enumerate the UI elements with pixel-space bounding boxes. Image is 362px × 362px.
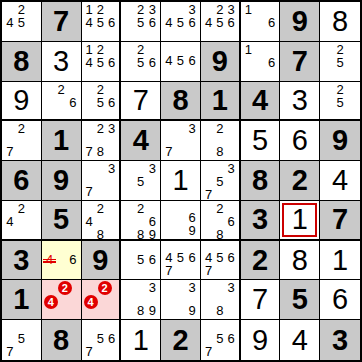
cell-r7c8[interactable]: 8 — [280, 241, 320, 281]
given-digit: 8 — [241, 161, 280, 200]
empty-candidate-slot — [123, 162, 135, 175]
candidate-7: 7 — [84, 185, 95, 198]
candidates: 4567 — [161, 241, 200, 280]
cell-r8c5[interactable]: 39 — [161, 280, 201, 320]
cell-r9c2[interactable]: 8 — [42, 320, 82, 360]
given-digit: 5 — [42, 201, 81, 239]
cell-r2c1[interactable]: 8 — [2, 42, 42, 82]
empty-candidate-slot — [135, 29, 147, 39]
empty-candidate-slot — [106, 185, 117, 198]
empty-candidate-slot — [346, 43, 358, 56]
cell-r6c7[interactable]: 3 — [241, 201, 281, 241]
empty-candidate-slot — [84, 96, 95, 109]
candidates: 2689 — [121, 201, 160, 239]
empty-candidate-slot — [44, 309, 58, 317]
cell-r3c2[interactable]: 26 — [42, 82, 82, 122]
candidate-5: 5 — [175, 54, 187, 67]
candidates: 2378 — [82, 121, 120, 160]
cell-r4c3[interactable]: 2378 — [82, 121, 122, 161]
empty-candidate-slot — [243, 56, 255, 69]
red-circled-candidate-4: 4 — [84, 295, 98, 309]
empty-candidate-slot — [84, 281, 98, 295]
given-digit: 4 — [121, 121, 160, 160]
empty-candidate-slot — [214, 281, 225, 294]
cell-r3c3[interactable]: 256 — [82, 82, 122, 122]
empty-candidate-slot — [123, 228, 135, 241]
empty-candidate-slot — [214, 188, 225, 201]
empty-candidate-slot — [243, 16, 255, 29]
given-digit: 6 — [2, 161, 41, 200]
cell-r8c3[interactable]: 24 — [82, 280, 122, 320]
cell-r7c9[interactable]: 1 — [320, 241, 360, 281]
cell-r5c5[interactable]: 1 — [161, 161, 201, 201]
cell-r4c2[interactable]: 1 — [42, 121, 82, 161]
cell-r8c6[interactable]: 38 — [201, 280, 241, 320]
empty-candidate-slot — [147, 202, 159, 215]
cell-r6c6[interactable]: 268 — [201, 201, 241, 241]
cell-r5c8[interactable]: 2 — [280, 161, 320, 201]
empty-candidate-slot — [67, 83, 79, 96]
empty-candidate-slot — [84, 29, 95, 39]
cell-r7c2[interactable]: 46 — [42, 241, 82, 281]
cell-r2c6[interactable]: 9 — [201, 42, 241, 82]
candidate-7: 7 — [4, 345, 16, 358]
cell-r3c8[interactable]: 3 — [280, 82, 320, 122]
empty-candidate-slot — [322, 96, 334, 109]
empty-candidate-slot — [214, 264, 225, 277]
given-digit: 7 — [320, 201, 360, 239]
empty-candidate-slot — [44, 266, 56, 277]
candidate-3: 3 — [147, 162, 159, 175]
candidate-9: 9 — [147, 304, 159, 317]
candidate-4: 4 — [4, 215, 16, 228]
candidates: 12456 — [82, 2, 120, 41]
candidates: 24 — [82, 280, 120, 319]
candidates: 37 — [82, 161, 120, 200]
candidates: 27 — [2, 121, 41, 160]
candidates: 357 — [201, 161, 239, 200]
cell-r9c1[interactable]: 57 — [2, 320, 42, 360]
cell-r2c3[interactable]: 12456 — [82, 42, 122, 82]
cell-r9c4[interactable]: 1 — [121, 320, 161, 360]
cell-r3c4[interactable]: 7 — [121, 82, 161, 122]
empty-candidate-slot — [203, 304, 214, 317]
given-digit: 8 — [42, 320, 81, 360]
empty-candidate-slot — [27, 215, 39, 228]
empty-candidate-slot — [106, 29, 117, 39]
empty-candidate-slot — [55, 109, 67, 118]
empty-candidate-slot — [4, 202, 16, 215]
empty-candidate-slot — [123, 3, 135, 16]
given-digit: 3 — [320, 320, 360, 360]
candidate-2: 2 — [95, 122, 106, 135]
red-circled-candidate-2: 2 — [98, 281, 112, 295]
empty-candidate-slot — [322, 56, 334, 69]
empty-candidate-slot — [175, 67, 187, 78]
cell-r1c9[interactable]: 8 — [320, 2, 360, 42]
solved-digit: 6 — [280, 121, 319, 160]
cell-r1c2[interactable]: 7 — [42, 2, 82, 42]
cell-r7c6[interactable]: 4567 — [201, 241, 241, 281]
empty-candidate-slot — [106, 175, 117, 185]
empty-candidate-slot — [98, 309, 112, 317]
empty-candidate-slot — [346, 96, 358, 109]
candidate-4: 4 — [203, 16, 214, 29]
empty-candidate-slot — [175, 294, 187, 304]
empty-candidate-slot — [84, 321, 95, 332]
empty-candidate-slot — [203, 294, 214, 304]
empty-candidate-slot — [254, 69, 266, 79]
empty-candidate-slot — [203, 281, 214, 294]
empty-candidate-slot — [135, 281, 147, 294]
cell-r7c3[interactable]: 9 — [82, 241, 122, 281]
solved-digit: 3 — [42, 42, 81, 81]
empty-candidate-slot — [84, 83, 95, 96]
candidates: 23456 — [201, 2, 239, 41]
cell-r5c1[interactable]: 6 — [2, 161, 42, 201]
empty-candidate-slot — [175, 122, 187, 135]
empty-candidate-slot — [186, 264, 198, 277]
empty-candidate-slot — [175, 281, 187, 294]
empty-candidate-slot — [27, 202, 39, 215]
empty-candidate-slot — [163, 211, 175, 224]
cell-r9c3[interactable]: 567 — [82, 320, 122, 360]
empty-candidate-slot — [4, 228, 16, 237]
solved-digit: 3 — [280, 82, 319, 120]
empty-candidate-slot — [203, 162, 214, 175]
candidate-6: 6 — [67, 96, 79, 109]
cell-r7c1[interactable]: 3 — [2, 241, 42, 281]
candidates: 389 — [121, 280, 160, 319]
candidates: 56 — [121, 241, 160, 280]
empty-candidate-slot — [225, 294, 236, 304]
given-digit: 5 — [280, 280, 319, 319]
empty-candidate-slot — [95, 109, 106, 118]
candidate-9: 9 — [186, 224, 198, 237]
candidate-5: 5 — [135, 16, 147, 29]
cell-r8c7[interactable]: 7 — [241, 280, 281, 320]
empty-candidate-slot — [186, 135, 198, 145]
candidates: 567 — [82, 320, 120, 360]
candidates: 57 — [2, 320, 41, 360]
candidate-6: 6 — [106, 16, 117, 29]
empty-candidate-slot — [95, 215, 106, 228]
candidate-8: 8 — [95, 145, 106, 158]
candidate-5: 5 — [135, 175, 147, 188]
cell-r5c2[interactable]: 9 — [42, 161, 82, 201]
empty-candidate-slot — [44, 109, 56, 118]
solved-digit: 8 — [320, 2, 360, 41]
empty-candidate-slot — [225, 122, 236, 135]
candidate-6: 6 — [266, 16, 278, 29]
empty-candidate-slot — [147, 175, 159, 188]
cell-r7c5[interactable]: 4567 — [161, 241, 201, 281]
empty-candidate-slot — [163, 281, 175, 294]
cell-r3c9[interactable]: 25 — [320, 82, 360, 122]
cell-r8c4[interactable]: 389 — [121, 280, 161, 320]
empty-candidate-slot — [346, 83, 358, 96]
cell-r1c5[interactable]: 3456 — [161, 2, 201, 42]
cell-r6c8[interactable]: 1 — [280, 201, 320, 241]
empty-candidate-slot — [147, 69, 159, 79]
cell-r4c9[interactable]: 9 — [320, 121, 360, 161]
candidate-3: 3 — [225, 162, 236, 175]
empty-candidate-slot — [163, 294, 175, 304]
cell-r6c2[interactable]: 5 — [42, 201, 82, 241]
cell-r3c5[interactable]: 8 — [161, 82, 201, 122]
empty-candidate-slot — [106, 228, 117, 241]
candidate-2: 2 — [55, 83, 67, 96]
cell-r2c9[interactable]: 25 — [320, 42, 360, 82]
candidates: 24 — [2, 201, 41, 239]
candidate-4: 4 — [163, 16, 175, 29]
empty-candidate-slot — [106, 215, 117, 228]
candidates: 28 — [201, 121, 239, 160]
empty-candidate-slot — [84, 109, 95, 118]
empty-candidate-slot — [106, 345, 117, 358]
empty-candidate-slot — [44, 83, 56, 96]
cell-r8c1[interactable]: 1 — [2, 280, 42, 320]
empty-candidate-slot — [123, 69, 135, 79]
candidate-6: 6 — [186, 211, 198, 224]
empty-candidate-slot — [254, 56, 266, 69]
solved-digit: 4 — [280, 320, 319, 360]
cell-r4c1[interactable]: 27 — [2, 121, 42, 161]
candidates: 35 — [121, 161, 160, 200]
empty-candidate-slot — [95, 345, 106, 358]
candidate-3: 3 — [186, 281, 198, 294]
empty-candidate-slot — [123, 281, 135, 294]
empty-candidate-slot — [163, 304, 175, 317]
candidate-3: 3 — [106, 122, 117, 135]
red-circled-candidate-4: 4 — [44, 295, 58, 309]
empty-candidate-slot — [135, 215, 147, 228]
cell-r7c7[interactable]: 2 — [241, 241, 281, 281]
empty-candidate-slot — [84, 309, 98, 317]
empty-candidate-slot — [225, 29, 236, 39]
empty-candidate-slot — [186, 67, 198, 78]
candidate-5: 5 — [135, 56, 147, 69]
solved-digit: 1 — [161, 161, 200, 200]
candidate-9: 9 — [147, 228, 159, 241]
candidate-2: 2 — [16, 122, 28, 135]
cell-r4c4[interactable]: 4 — [121, 121, 161, 161]
given-digit: 9 — [280, 2, 319, 41]
empty-candidate-slot — [225, 135, 236, 145]
cell-r2c8[interactable]: 7 — [280, 42, 320, 82]
candidate-7: 7 — [163, 145, 175, 158]
empty-candidate-slot — [27, 135, 39, 145]
cell-r5c6[interactable]: 357 — [201, 161, 241, 201]
cell-r4c6[interactable]: 28 — [201, 121, 241, 161]
candidate-4: 4 — [84, 16, 95, 29]
empty-candidate-slot — [203, 145, 214, 158]
candidate-8: 8 — [214, 228, 225, 241]
given-digit: 4 — [241, 82, 280, 120]
empty-candidate-slot — [84, 202, 95, 215]
candidates: 38 — [201, 280, 239, 319]
cell-r6c4[interactable]: 2689 — [121, 201, 161, 241]
cell-r9c7[interactable]: 9 — [241, 320, 281, 360]
candidate-6: 6 — [225, 16, 236, 29]
empty-candidate-slot — [203, 29, 214, 39]
empty-candidate-slot — [266, 43, 278, 56]
candidate-6: 6 — [266, 56, 278, 69]
empty-candidate-slot — [123, 16, 135, 29]
empty-candidate-slot — [27, 228, 39, 237]
candidates: 69 — [161, 201, 200, 239]
empty-candidate-slot — [322, 109, 334, 118]
empty-candidate-slot — [322, 69, 334, 79]
cell-r1c7[interactable]: 16 — [241, 2, 281, 42]
cell-r3c6[interactable]: 1 — [201, 82, 241, 122]
empty-candidate-slot — [58, 309, 72, 317]
candidate-6: 6 — [225, 215, 236, 228]
empty-candidate-slot — [123, 43, 135, 56]
candidate-6: 6 — [186, 251, 198, 264]
empty-candidate-slot — [123, 304, 135, 317]
empty-candidate-slot — [106, 202, 117, 215]
candidate-6: 6 — [67, 253, 79, 266]
empty-candidate-slot — [254, 3, 266, 16]
empty-candidate-slot — [16, 228, 28, 237]
cell-r7c4[interactable]: 56 — [121, 241, 161, 281]
empty-candidate-slot — [55, 266, 67, 277]
candidate-2: 2 — [95, 202, 106, 215]
cell-r6c3[interactable]: 248 — [82, 201, 122, 241]
cell-r5c9[interactable]: 4 — [320, 161, 360, 201]
empty-candidate-slot — [58, 295, 72, 309]
cell-r9c8[interactable]: 4 — [280, 320, 320, 360]
candidate-2: 2 — [135, 202, 147, 215]
cell-r9c6[interactable]: 567 — [201, 320, 241, 360]
candidate-6: 6 — [225, 251, 236, 264]
empty-candidate-slot — [123, 253, 135, 266]
empty-candidate-slot — [16, 215, 28, 228]
candidate-2: 2 — [16, 202, 28, 215]
cell-r6c9[interactable]: 7 — [320, 201, 360, 241]
cell-r3c7[interactable]: 4 — [241, 82, 281, 122]
cell-r5c4[interactable]: 35 — [121, 161, 161, 201]
cell-r2c2[interactable]: 3 — [42, 42, 82, 82]
cell-r9c5[interactable]: 2 — [161, 320, 201, 360]
empty-candidate-slot — [16, 29, 28, 39]
cell-r1c1[interactable]: 245 — [2, 2, 42, 42]
empty-candidate-slot — [72, 295, 79, 309]
empty-candidate-slot — [214, 215, 225, 228]
candidate-1: 1 — [243, 3, 255, 16]
empty-candidate-slot — [95, 185, 106, 198]
cell-r4c8[interactable]: 6 — [280, 121, 320, 161]
empty-candidate-slot — [322, 43, 334, 56]
empty-candidate-slot — [135, 266, 147, 277]
candidate-6: 6 — [147, 253, 159, 266]
sudoku-board: 2457124562356345623456169883124562564569… — [0, 0, 362, 362]
cell-r8c8[interactable]: 5 — [280, 280, 320, 320]
empty-candidate-slot — [27, 321, 39, 332]
cell-r2c7[interactable]: 16 — [241, 42, 281, 82]
candidate-2: 2 — [95, 43, 106, 56]
cell-r3c1[interactable]: 9 — [2, 82, 42, 122]
candidate-6: 6 — [225, 332, 236, 345]
cell-r1c8[interactable]: 9 — [280, 2, 320, 42]
candidate-1: 1 — [243, 43, 255, 56]
empty-candidate-slot — [123, 215, 135, 228]
empty-candidate-slot — [147, 43, 159, 56]
candidate-7: 7 — [163, 264, 175, 277]
empty-candidate-slot — [112, 281, 118, 295]
cell-r8c9[interactable]: 6 — [320, 280, 360, 320]
empty-candidate-slot — [27, 29, 39, 39]
cell-r5c7[interactable]: 8 — [241, 161, 281, 201]
given-digit: 2 — [161, 320, 200, 360]
candidate-4: 4 — [4, 16, 16, 29]
cell-r6c5[interactable]: 69 — [161, 201, 201, 241]
empty-candidate-slot — [147, 29, 159, 39]
empty-candidate-slot — [175, 264, 187, 277]
candidate-5: 5 — [95, 56, 106, 69]
empty-candidate-slot — [84, 162, 95, 175]
solved-digit: 4 — [320, 161, 360, 200]
solved-digit: 7 — [121, 82, 160, 120]
empty-candidate-slot — [135, 69, 147, 79]
candidates: 25 — [320, 42, 360, 81]
candidates: 248 — [82, 201, 120, 239]
empty-candidate-slot — [27, 16, 39, 29]
empty-candidate-slot — [123, 294, 135, 304]
empty-candidate-slot — [214, 29, 225, 39]
empty-candidate-slot — [55, 253, 67, 266]
empty-candidate-slot — [175, 224, 187, 237]
candidate-4: 4 — [84, 56, 95, 69]
candidates: 245 — [2, 2, 41, 41]
empty-candidate-slot — [72, 281, 79, 295]
cell-r6c1[interactable]: 24 — [2, 201, 42, 241]
candidate-7: 7 — [203, 345, 214, 358]
candidate-2: 2 — [334, 83, 346, 96]
candidate-2: 2 — [214, 202, 225, 215]
empty-candidate-slot — [106, 145, 117, 158]
empty-candidate-slot — [346, 109, 358, 118]
empty-candidate-slot — [55, 242, 67, 253]
candidate-3: 3 — [106, 162, 117, 175]
cell-r2c5[interactable]: 456 — [161, 42, 201, 82]
empty-candidate-slot — [106, 43, 117, 56]
cell-r1c6[interactable]: 23456 — [201, 2, 241, 42]
cell-r5c3[interactable]: 37 — [82, 161, 122, 201]
cell-r4c7[interactable]: 5 — [241, 121, 281, 161]
empty-candidate-slot — [334, 69, 346, 79]
empty-candidate-slot — [44, 281, 58, 295]
cell-r9c9[interactable]: 3 — [320, 320, 360, 360]
cell-r2c4[interactable]: 256 — [121, 42, 161, 82]
empty-candidate-slot — [123, 56, 135, 69]
cell-r1c4[interactable]: 2356 — [121, 2, 161, 42]
candidate-5: 5 — [214, 16, 225, 29]
empty-candidate-slot — [72, 309, 79, 317]
empty-candidate-slot — [163, 224, 175, 237]
empty-candidate-slot — [186, 145, 198, 158]
candidates: 3456 — [161, 2, 200, 41]
cell-r4c5[interactable]: 37 — [161, 121, 201, 161]
candidate-2: 2 — [95, 83, 106, 96]
candidates: 26 — [42, 82, 81, 120]
cell-r1c3[interactable]: 12456 — [82, 2, 122, 42]
given-digit: 1 — [42, 121, 81, 160]
empty-candidate-slot — [243, 69, 255, 79]
cell-r8c2[interactable]: 24 — [42, 280, 82, 320]
candidate-6: 6 — [147, 16, 159, 29]
